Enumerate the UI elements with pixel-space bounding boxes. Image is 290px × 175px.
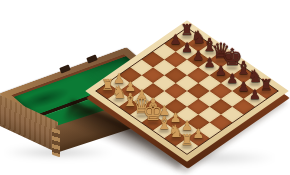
chessboard <box>115 19 259 163</box>
board-surface <box>85 20 289 161</box>
board-grid <box>95 27 279 155</box>
box-dovetail-joint <box>52 128 60 158</box>
product-photo-scene: ♜♞♝♛♚♝♞♜♟♟♟♟♟♟♟♟♟♟♟♟♟♟♟♟♜♞♝♛♚♝♞♜ <box>0 0 290 175</box>
